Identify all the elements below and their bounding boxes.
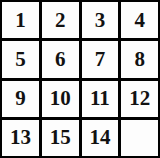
tile-9[interactable]: 9 xyxy=(2,81,39,117)
tile-8[interactable]: 8 xyxy=(121,41,158,77)
tile-6[interactable]: 6 xyxy=(42,41,79,77)
tile-7[interactable]: 7 xyxy=(82,41,119,77)
tile-12[interactable]: 12 xyxy=(121,81,158,117)
fifteen-puzzle-board: 123456789101112131514 xyxy=(0,0,160,158)
tile-5[interactable]: 5 xyxy=(2,41,39,77)
tile-1[interactable]: 1 xyxy=(2,2,39,38)
tile-15[interactable]: 15 xyxy=(42,120,79,156)
tile-13[interactable]: 13 xyxy=(2,120,39,156)
tile-11[interactable]: 11 xyxy=(82,81,119,117)
tile-4[interactable]: 4 xyxy=(121,2,158,38)
tile-3[interactable]: 3 xyxy=(82,2,119,38)
tile-2[interactable]: 2 xyxy=(42,2,79,38)
empty-cell xyxy=(121,120,158,156)
tile-14[interactable]: 14 xyxy=(82,120,119,156)
tile-10[interactable]: 10 xyxy=(42,81,79,117)
